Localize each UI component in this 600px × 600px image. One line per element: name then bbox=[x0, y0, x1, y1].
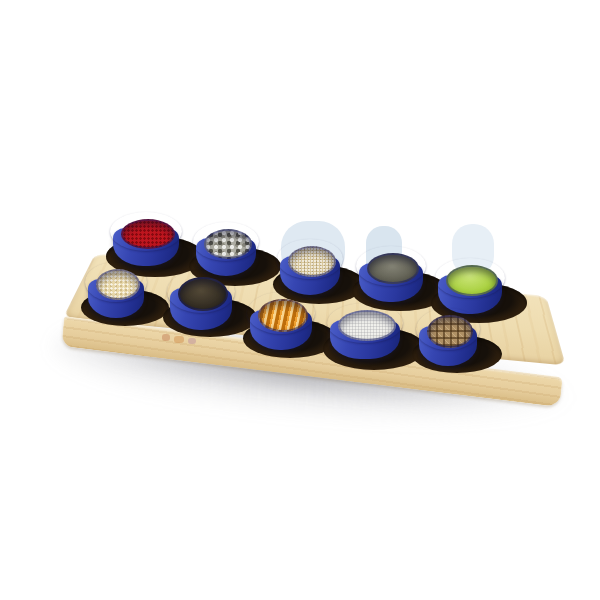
logo-remnant-mark bbox=[174, 336, 184, 343]
texture-cup-slate[interactable] bbox=[356, 246, 426, 302]
texture-cup-lime-smooth[interactable] bbox=[435, 258, 505, 314]
product-photo-stage bbox=[0, 0, 600, 600]
texture-cup-cream-sponge[interactable] bbox=[85, 262, 147, 318]
cup-texture-jute-weave bbox=[427, 315, 473, 348]
texture-cup-sand[interactable] bbox=[277, 239, 343, 295]
texture-cup-red-bristle[interactable] bbox=[110, 212, 182, 266]
texture-cup-jute-weave[interactable] bbox=[416, 308, 480, 366]
texture-cup-dark-smooth[interactable] bbox=[167, 270, 235, 330]
texture-cup-white-mesh[interactable] bbox=[327, 303, 403, 359]
cup-texture-cream-sponge bbox=[96, 269, 140, 300]
logo-remnant-mark bbox=[188, 338, 196, 344]
cup-texture-lime-smooth bbox=[446, 265, 498, 296]
cup-texture-white-mesh bbox=[338, 310, 396, 341]
logo-remnant-mark bbox=[162, 334, 170, 341]
cup-texture-grey-gravel bbox=[204, 229, 252, 259]
texture-cup-grey-gravel[interactable] bbox=[193, 222, 259, 276]
texture-cup-orange-ridges[interactable] bbox=[247, 292, 315, 350]
cup-texture-red-bristle bbox=[121, 219, 175, 249]
cup-texture-dark-smooth bbox=[178, 277, 228, 311]
cup-texture-orange-ridges bbox=[258, 299, 308, 332]
cup-texture-slate bbox=[367, 253, 419, 284]
cup-texture-sand bbox=[288, 246, 336, 277]
